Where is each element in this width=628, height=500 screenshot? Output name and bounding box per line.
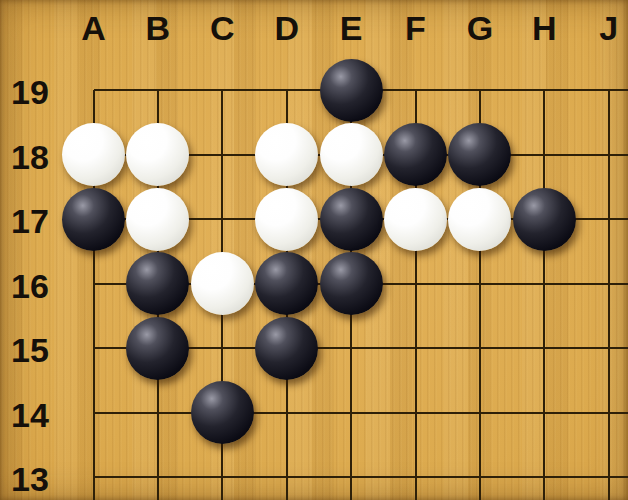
- row-label-13: 13: [2, 461, 58, 497]
- stone-white-c16[interactable]: [191, 252, 254, 315]
- row-label-19: 19: [2, 74, 58, 110]
- grid-line-col-h: [543, 90, 545, 500]
- grid-line-col-j: [608, 90, 610, 500]
- stone-white-e18[interactable]: [320, 123, 383, 186]
- col-label-g: G: [448, 10, 512, 46]
- stone-white-f17[interactable]: [384, 188, 447, 251]
- stone-black-e16[interactable]: [320, 252, 383, 315]
- col-label-h: H: [512, 10, 576, 46]
- row-label-18: 18: [2, 139, 58, 175]
- row-label-16: 16: [2, 268, 58, 304]
- stone-black-e17[interactable]: [320, 188, 383, 251]
- stone-black-e19[interactable]: [320, 59, 383, 122]
- stone-white-a18[interactable]: [62, 123, 125, 186]
- stone-black-d16[interactable]: [255, 252, 318, 315]
- row-label-15: 15: [2, 332, 58, 368]
- row-label-14: 14: [2, 397, 58, 433]
- stone-black-f18[interactable]: [384, 123, 447, 186]
- stone-black-g18[interactable]: [448, 123, 511, 186]
- stone-white-g17[interactable]: [448, 188, 511, 251]
- grid-line-row-13: [94, 476, 628, 478]
- col-label-f: F: [384, 10, 448, 46]
- stone-white-d17[interactable]: [255, 188, 318, 251]
- col-label-e: E: [319, 10, 383, 46]
- col-label-j: J: [577, 10, 628, 46]
- stone-black-b16[interactable]: [126, 252, 189, 315]
- stone-white-b17[interactable]: [126, 188, 189, 251]
- col-label-a: A: [62, 10, 126, 46]
- stone-black-b15[interactable]: [126, 317, 189, 380]
- stone-black-c14[interactable]: [191, 381, 254, 444]
- col-label-d: D: [255, 10, 319, 46]
- stone-black-a17[interactable]: [62, 188, 125, 251]
- col-label-b: B: [126, 10, 190, 46]
- row-label-17: 17: [2, 203, 58, 239]
- stone-black-h17[interactable]: [513, 188, 576, 251]
- col-label-c: C: [190, 10, 254, 46]
- go-board[interactable]: ABCDEFGHJ19181716151413: [0, 0, 628, 500]
- stone-white-d18[interactable]: [255, 123, 318, 186]
- stone-white-b18[interactable]: [126, 123, 189, 186]
- grid-line-row-14: [94, 412, 628, 414]
- stone-black-d15[interactable]: [255, 317, 318, 380]
